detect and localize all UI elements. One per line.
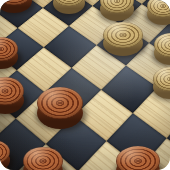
checkers-app-icon — [0, 0, 170, 170]
checkers-board — [0, 0, 170, 170]
